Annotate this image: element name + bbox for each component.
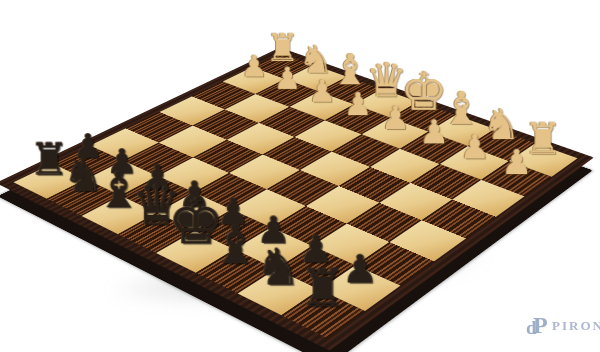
- board-frame: ♜♟♟♜♞♟♟♞♝♟♟♝♛♟♟♛♚♟♟♚♝♟♟♝♞♟♟♞♜♟♟♜: [0, 48, 594, 351]
- square[interactable]: ♟: [362, 118, 429, 149]
- square[interactable]: ♟: [400, 132, 468, 164]
- white-bishop[interactable]: ♝: [328, 49, 373, 90]
- white-pawn[interactable]: ♟: [371, 102, 419, 133]
- square[interactable]: ♟: [325, 104, 391, 134]
- square[interactable]: ♟: [481, 161, 551, 196]
- white-pawn[interactable]: ♟: [491, 146, 542, 179]
- square[interactable]: [259, 107, 325, 137]
- square[interactable]: ♟: [290, 91, 354, 120]
- square[interactable]: ♟: [223, 67, 285, 94]
- watermark: d P PIRONE: [526, 310, 600, 342]
- watermark-text: PIRONE: [552, 318, 600, 334]
- square[interactable]: ♚: [391, 102, 456, 132]
- white-pawn[interactable]: ♟: [265, 64, 310, 93]
- square[interactable]: [263, 137, 332, 170]
- square[interactable]: [125, 112, 192, 143]
- square[interactable]: [159, 96, 224, 125]
- monogram-letter-p: P: [533, 312, 548, 339]
- square[interactable]: [227, 123, 295, 155]
- square[interactable]: ♛: [354, 89, 418, 118]
- square[interactable]: [159, 126, 227, 158]
- white-king[interactable]: ♚: [400, 66, 446, 116]
- square[interactable]: ♟: [256, 79, 319, 107]
- square[interactable]: [225, 94, 290, 123]
- white-pawn[interactable]: ♟: [335, 89, 382, 119]
- square[interactable]: ♞: [285, 65, 347, 92]
- square[interactable]: [192, 81, 256, 109]
- white-pawn[interactable]: ♟: [299, 76, 345, 106]
- square[interactable]: [192, 109, 259, 139]
- square[interactable]: [332, 134, 400, 167]
- white-bishop[interactable]: ♝: [438, 87, 485, 130]
- square[interactable]: [295, 120, 362, 151]
- white-knight[interactable]: ♞: [294, 41, 338, 78]
- white-knight[interactable]: ♞: [478, 104, 526, 144]
- white-pawn[interactable]: ♟: [232, 52, 276, 80]
- black-rook[interactable]: ♜: [294, 264, 353, 314]
- white-pawn[interactable]: ♟: [410, 116, 459, 147]
- board-grid: ♜♟♟♜♞♟♟♞♝♟♟♝♛♟♟♛♚♟♟♚♝♟♟♝♞♟♟♞♜♟♟♜: [14, 53, 578, 338]
- square[interactable]: ♜: [281, 289, 365, 338]
- square[interactable]: [193, 140, 262, 173]
- square[interactable]: ♝: [429, 115, 495, 146]
- white-rook[interactable]: ♜: [261, 30, 304, 66]
- board-scene: ♜♟♟♜♞♟♟♞♝♟♟♝♛♟♟♛♚♟♟♚♝♟♟♝♞♟♟♞♜♟♟♜: [0, 0, 600, 352]
- square[interactable]: ♝: [319, 77, 382, 105]
- square[interactable]: ♜: [253, 53, 314, 79]
- white-queen[interactable]: ♛: [363, 58, 409, 103]
- photo-stage: ♜♟♟♜♞♟♟♞♝♟♟♝♛♟♟♛♚♟♟♚♝♟♟♝♞♟♟♞♜♟♟♜ d P PIR…: [0, 0, 600, 352]
- pirone-monogram-icon: d P: [526, 311, 548, 341]
